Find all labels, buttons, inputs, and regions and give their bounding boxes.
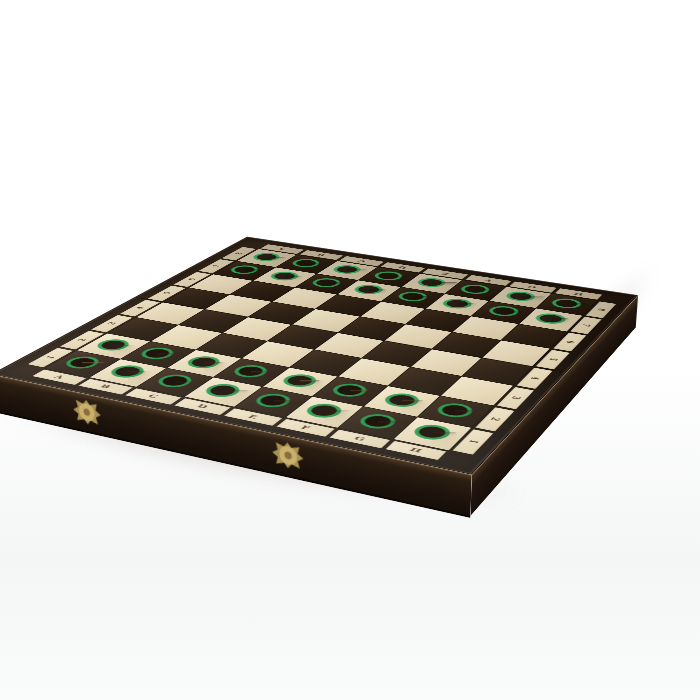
brass-clasp-left bbox=[72, 397, 101, 427]
perspective-stage: ABCDEFGH 87654321 87654321 ABCDEFGH ♜♞♝♛… bbox=[0, 0, 700, 700]
chess-set-photo: ABCDEFGH 87654321 87654321 ABCDEFGH ♜♞♝♛… bbox=[0, 0, 700, 700]
brass-clasp-right bbox=[272, 439, 304, 471]
board-plane: ABCDEFGH 87654321 87654321 ABCDEFGH ♜♞♝♛… bbox=[0, 237, 638, 475]
rook-glyph: ♜ bbox=[395, 361, 469, 443]
